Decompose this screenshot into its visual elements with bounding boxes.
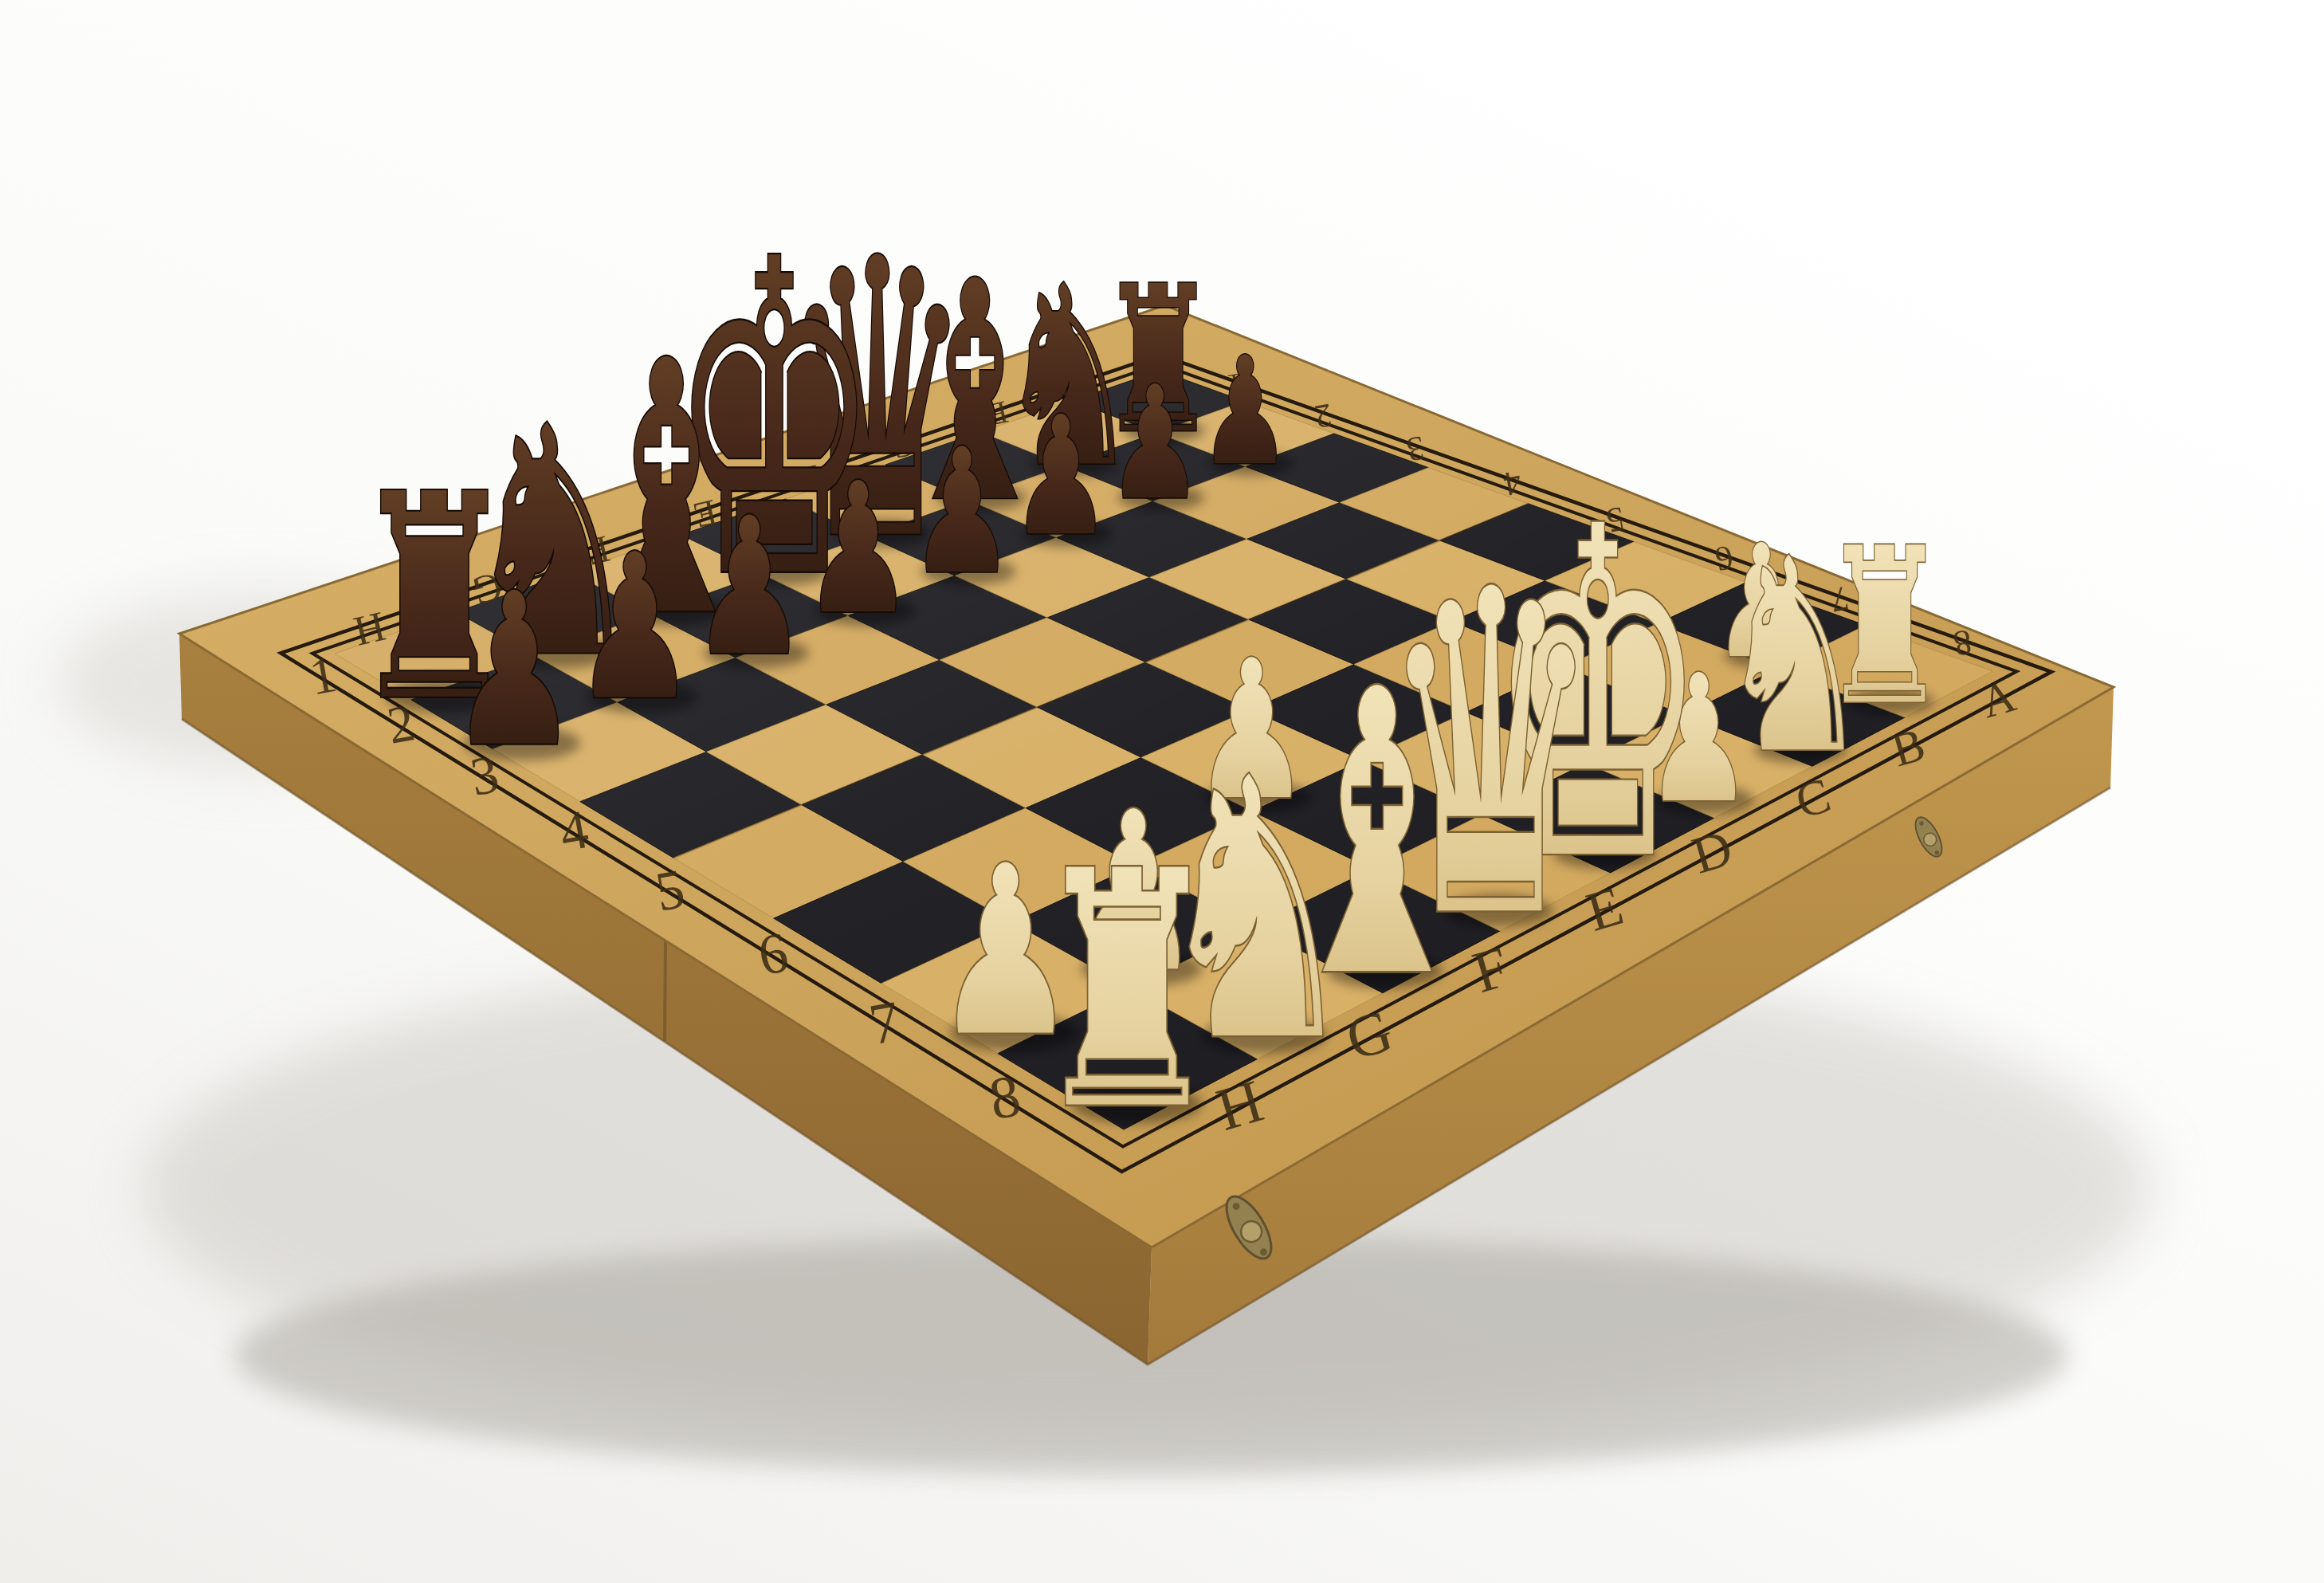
piece-dark-pawn-c2[interactable]: ♟ — [1010, 381, 1111, 572]
fold-seam-face — [665, 941, 665, 1041]
piece-dark-pawn-h2[interactable]: ♟ — [449, 548, 579, 792]
piece-dark-pawn-d2[interactable]: ♟ — [909, 412, 1015, 612]
piece-dark-pawn-a2[interactable]: ♟ — [1199, 325, 1291, 499]
piece-dark-pawn-b2[interactable]: ♟ — [1107, 353, 1203, 535]
piece-dark-pawn-g2[interactable]: ♟ — [573, 511, 697, 744]
piece-light-rook-h8[interactable]: ♜ — [1030, 802, 1224, 1180]
piece-dark-pawn-e2[interactable]: ♟ — [803, 444, 914, 654]
piece-dark-pawn-f2[interactable]: ♟ — [691, 477, 808, 697]
photo-stage: 12345678HGFEDCBAHGFEDCBA12345678 ♜♞♟♝♟♛♟… — [0, 0, 2324, 1583]
chess-scene: 12345678HGFEDCBAHGFEDCBA12345678 ♜♞♟♝♟♛♟… — [0, 0, 2324, 1583]
